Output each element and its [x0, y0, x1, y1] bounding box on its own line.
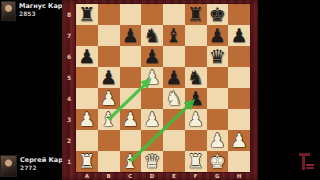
square-d2[interactable]: [141, 130, 163, 151]
square-d6[interactable]: ♟: [141, 46, 163, 67]
square-a6[interactable]: ♟: [76, 46, 98, 67]
square-f7[interactable]: [185, 25, 207, 46]
file-labels: ABCDEFGH: [76, 171, 250, 180]
square-f2[interactable]: [185, 130, 207, 151]
square-g2[interactable]: ♟: [207, 130, 229, 151]
black-rook-f8[interactable]: ♜: [187, 4, 204, 25]
square-b8[interactable]: [98, 4, 120, 25]
square-e4[interactable]: ♞: [163, 88, 185, 109]
black-pawn-g7[interactable]: ♟: [209, 25, 226, 46]
file-label-a: A: [76, 171, 98, 180]
rank-label-4: 4: [62, 88, 76, 109]
white-bishop-c1[interactable]: ♝: [122, 151, 139, 172]
square-b4[interactable]: ♟: [98, 88, 120, 109]
white-pawn-a3[interactable]: ♟: [78, 109, 95, 130]
rank-label-2: 2: [62, 130, 76, 151]
square-a3[interactable]: ♟: [76, 109, 98, 130]
black-pawn-b5[interactable]: ♟: [100, 67, 117, 88]
black-player-avatar: [1, 1, 16, 21]
black-pawn-a6[interactable]: ♟: [78, 46, 95, 67]
white-king-g1[interactable]: ♚: [209, 151, 226, 172]
square-a1[interactable]: ♜: [76, 151, 98, 172]
chess-board: ♜♜♚♟♞♝♟♟♟♟♛♟♟♟♞♟♞♟♟♝♟♟♟♟♟♜♝♛♜♚: [76, 4, 250, 172]
white-pawn-b4[interactable]: ♟: [100, 88, 117, 109]
black-pawn-f4[interactable]: ♟: [187, 88, 204, 109]
black-pawn-h7[interactable]: ♟: [231, 25, 248, 46]
square-f8[interactable]: ♜: [185, 4, 207, 25]
square-b2[interactable]: [98, 130, 120, 151]
square-b1[interactable]: [98, 151, 120, 172]
white-queen-d1[interactable]: ♛: [144, 151, 161, 172]
square-h8[interactable]: [228, 4, 250, 25]
white-pawn-g2[interactable]: ♟: [209, 130, 226, 151]
square-e2[interactable]: [163, 130, 185, 151]
square-h7[interactable]: ♟: [228, 25, 250, 46]
white-pawn-d3[interactable]: ♟: [144, 109, 161, 130]
black-knight-f5[interactable]: ♞: [187, 67, 204, 88]
square-g6[interactable]: ♛: [207, 46, 229, 67]
square-d4[interactable]: [141, 88, 163, 109]
square-g1[interactable]: ♚: [207, 151, 229, 172]
square-a7[interactable]: [76, 25, 98, 46]
square-e3[interactable]: [163, 109, 185, 130]
square-c2[interactable]: [120, 130, 142, 151]
square-d1[interactable]: ♛: [141, 151, 163, 172]
black-pawn-d6[interactable]: ♟: [144, 46, 161, 67]
square-c5[interactable]: [120, 67, 142, 88]
square-d8[interactable]: [141, 4, 163, 25]
white-rook-f1[interactable]: ♜: [187, 151, 204, 172]
black-bishop-e7[interactable]: ♝: [165, 25, 182, 46]
square-b5[interactable]: ♟: [98, 67, 120, 88]
square-h6[interactable]: [228, 46, 250, 67]
square-a5[interactable]: [76, 67, 98, 88]
rank-label-3: 3: [62, 109, 76, 130]
file-label-h: H: [228, 171, 250, 180]
logo-text-line: [306, 164, 314, 166]
white-pawn-d5[interactable]: ♟: [144, 67, 161, 88]
rank-label-6: 6: [62, 46, 76, 67]
square-g7[interactable]: ♟: [207, 25, 229, 46]
rank-label-8: 8: [62, 4, 76, 25]
file-label-g: G: [207, 171, 229, 180]
square-c3[interactable]: ♟: [120, 109, 142, 130]
square-c1[interactable]: ♝: [120, 151, 142, 172]
square-f4[interactable]: ♟: [185, 88, 207, 109]
square-e8[interactable]: [163, 4, 185, 25]
square-h4[interactable]: [228, 88, 250, 109]
square-g8[interactable]: ♚: [207, 4, 229, 25]
channel-logo: [297, 151, 317, 175]
square-f6[interactable]: [185, 46, 207, 67]
white-pawn-f3[interactable]: ♟: [187, 109, 204, 130]
white-knight-e4[interactable]: ♞: [165, 88, 182, 109]
square-h3[interactable]: [228, 109, 250, 130]
file-label-e: E: [163, 171, 185, 180]
square-c8[interactable]: [120, 4, 142, 25]
file-label-f: F: [185, 171, 207, 180]
square-g3[interactable]: [207, 109, 229, 130]
square-g4[interactable]: [207, 88, 229, 109]
square-f3[interactable]: ♟: [185, 109, 207, 130]
square-b7[interactable]: [98, 25, 120, 46]
square-d5[interactable]: ♟: [141, 67, 163, 88]
rank-label-5: 5: [62, 67, 76, 88]
black-queen-g6[interactable]: ♛: [209, 46, 226, 67]
rank-label-7: 7: [62, 25, 76, 46]
rank-label-1: 1: [62, 151, 76, 172]
white-bishop-b3[interactable]: ♝: [100, 109, 117, 130]
square-e5[interactable]: ♟: [163, 67, 185, 88]
square-h5[interactable]: [228, 67, 250, 88]
square-a4[interactable]: [76, 88, 98, 109]
black-knight-d7[interactable]: ♞: [144, 25, 161, 46]
black-pawn-e5[interactable]: ♟: [165, 67, 182, 88]
white-rook-a1[interactable]: ♜: [78, 151, 95, 172]
white-pawn-c3[interactable]: ♟: [122, 109, 139, 130]
logo-mark: [302, 155, 305, 170]
square-c7[interactable]: ♟: [120, 25, 142, 46]
square-f1[interactable]: ♜: [185, 151, 207, 172]
rank-labels: 87654321: [62, 4, 76, 172]
square-b6[interactable]: [98, 46, 120, 67]
black-rook-a8[interactable]: ♜: [78, 4, 95, 25]
square-h1[interactable]: [228, 151, 250, 172]
square-e6[interactable]: [163, 46, 185, 67]
black-pawn-c7[interactable]: ♟: [122, 25, 139, 46]
white-pawn-h2[interactable]: ♟: [231, 130, 248, 151]
video-frame: Магнус Карлсен 2853 Сергей Карякин 2772 …: [0, 0, 320, 180]
square-f5[interactable]: ♞: [185, 67, 207, 88]
square-c6[interactable]: [120, 46, 142, 67]
logo-text-line: [306, 167, 314, 169]
square-a2[interactable]: [76, 130, 98, 151]
black-king-g8[interactable]: ♚: [209, 4, 226, 25]
square-d7[interactable]: ♞: [141, 25, 163, 46]
square-g5[interactable]: [207, 67, 229, 88]
square-e7[interactable]: ♝: [163, 25, 185, 46]
white-player-avatar: [0, 155, 17, 177]
file-label-d: D: [141, 171, 163, 180]
square-a8[interactable]: ♜: [76, 4, 98, 25]
square-d3[interactable]: ♟: [141, 109, 163, 130]
square-c4[interactable]: [120, 88, 142, 109]
square-b3[interactable]: ♝: [98, 109, 120, 130]
square-h2[interactable]: ♟: [228, 130, 250, 151]
file-label-b: B: [98, 171, 120, 180]
file-label-c: C: [120, 171, 142, 180]
square-e1[interactable]: [163, 151, 185, 172]
